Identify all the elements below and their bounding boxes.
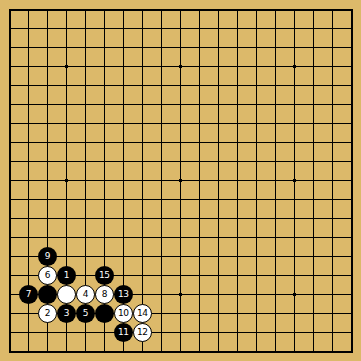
stone-black-9[interactable]: 9 [38, 247, 57, 266]
move-number-label: 14 [137, 309, 147, 318]
stones-layer: 961157481323510141112 [0, 0, 361, 361]
stone-white[interactable] [57, 285, 76, 304]
stone-black-15[interactable]: 15 [95, 266, 114, 285]
stone-black-11[interactable]: 11 [114, 323, 133, 342]
move-number-label: 15 [99, 271, 109, 280]
move-number-label: 10 [118, 309, 128, 318]
stone-black-5[interactable]: 5 [76, 304, 95, 323]
move-number-label: 7 [26, 290, 31, 299]
stone-black-1[interactable]: 1 [57, 266, 76, 285]
move-number-label: 2 [45, 309, 50, 318]
move-number-label: 11 [118, 328, 128, 337]
stone-white-8[interactable]: 8 [95, 285, 114, 304]
stone-white-2[interactable]: 2 [38, 304, 57, 323]
go-board[interactable]: 961157481323510141112 [0, 0, 361, 361]
stone-white-10[interactable]: 10 [114, 304, 133, 323]
move-number-label: 9 [45, 252, 50, 261]
move-number-label: 3 [64, 309, 69, 318]
move-number-label: 1 [64, 271, 69, 280]
stone-white-12[interactable]: 12 [133, 323, 152, 342]
stone-white-14[interactable]: 14 [133, 304, 152, 323]
move-number-label: 4 [83, 290, 88, 299]
move-number-label: 5 [83, 309, 88, 318]
move-number-label: 8 [102, 290, 107, 299]
stone-black-13[interactable]: 13 [114, 285, 133, 304]
stone-black[interactable] [95, 304, 114, 323]
stone-black-7[interactable]: 7 [19, 285, 38, 304]
move-number-label: 12 [137, 328, 147, 337]
stone-white-4[interactable]: 4 [76, 285, 95, 304]
move-number-label: 6 [45, 271, 50, 280]
move-number-label: 13 [118, 290, 128, 299]
stone-black[interactable] [38, 285, 57, 304]
stone-white-6[interactable]: 6 [38, 266, 57, 285]
stone-black-3[interactable]: 3 [57, 304, 76, 323]
